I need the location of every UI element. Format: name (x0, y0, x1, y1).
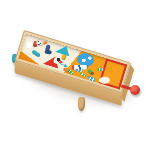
sailboat (26, 42, 32, 49)
green-bumper-3 (97, 68, 104, 71)
green-bumper-2 (79, 72, 87, 78)
plunger-knob (130, 85, 140, 95)
pinball-board (15, 30, 131, 93)
wave-tile (87, 75, 96, 82)
teal-sail-triangle (55, 43, 72, 56)
bagatelle-product-photo (0, 0, 150, 150)
navy-fish (45, 50, 52, 54)
front-foot (78, 97, 85, 111)
teal-dart (32, 49, 41, 57)
puffer-fish (35, 38, 45, 47)
